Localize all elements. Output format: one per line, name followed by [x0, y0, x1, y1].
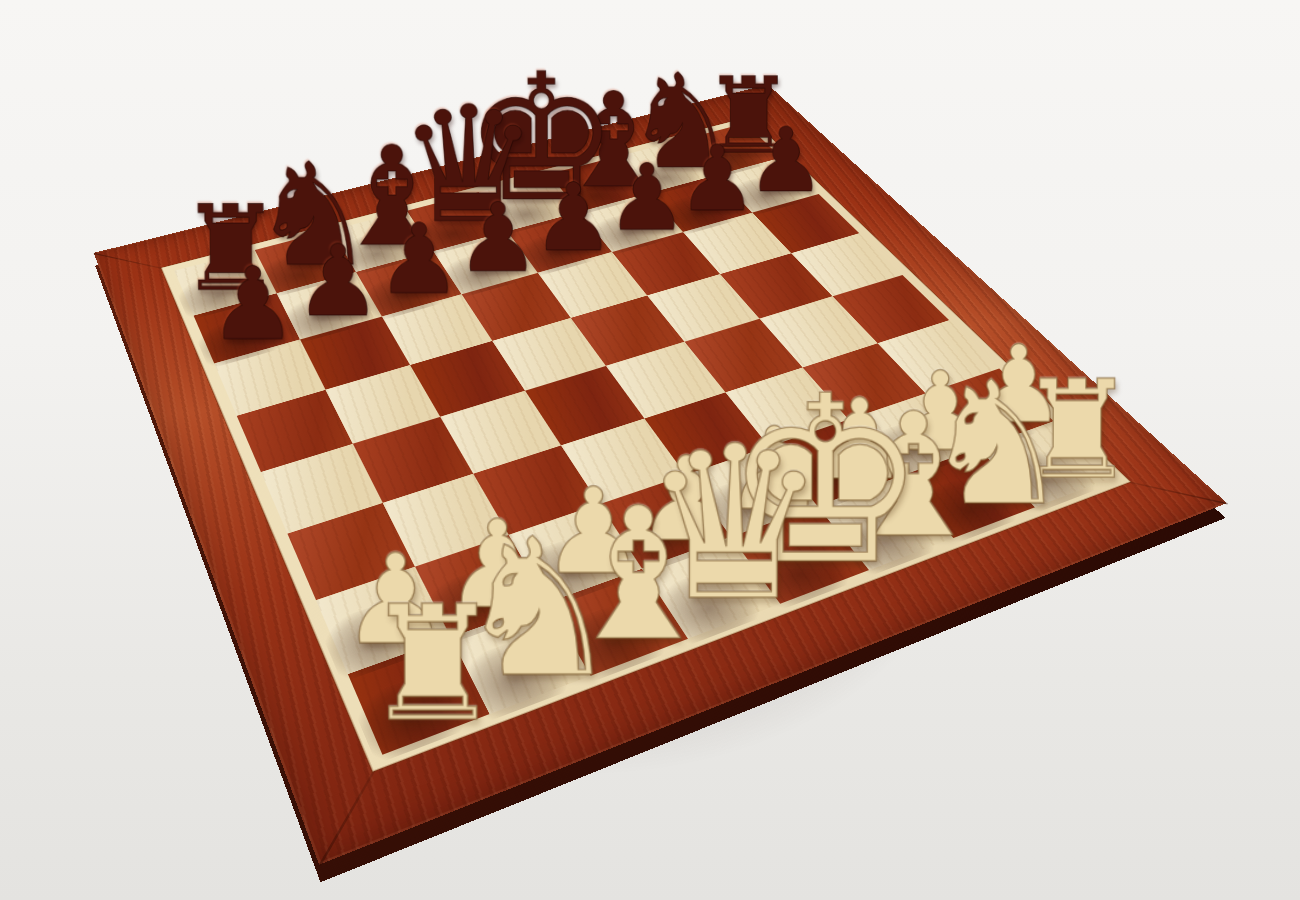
piece-black-pawn-b7[interactable]: ♟ — [294, 236, 381, 327]
frame-miter-joint — [1127, 481, 1228, 505]
piece-black-pawn-g7[interactable]: ♟ — [678, 137, 757, 220]
piece-black-pawn-f7[interactable]: ♟ — [606, 156, 687, 241]
square-h5[interactable] — [791, 233, 903, 296]
square-a1[interactable]: ♜ — [348, 637, 489, 755]
board-scene: ♜♞♝♛♚♝♞♜♟♟♟♟♟♟♟♟♟♟♟♟♟♟♟♟♜♞♝♛♚♝♞♜ — [94, 85, 1227, 865]
piece-black-pawn-h7[interactable]: ♟ — [747, 120, 825, 202]
piece-black-pawn-d7[interactable]: ♟ — [456, 194, 540, 282]
piece-black-pawn-e7[interactable]: ♟ — [533, 175, 615, 261]
frame-miter-joint — [93, 253, 165, 270]
piece-black-pawn-a7[interactable]: ♟ — [209, 258, 298, 350]
piece-white-rook-a1[interactable]: ♜ — [363, 591, 503, 737]
photo-backdrop: ♜♞♝♛♚♝♞♜♟♟♟♟♟♟♟♟♟♟♟♟♟♟♟♟♜♞♝♛♚♝♞♜ — [0, 0, 1300, 900]
square-a7[interactable]: ♟ — [194, 293, 300, 363]
piece-black-pawn-c7[interactable]: ♟ — [377, 215, 462, 304]
